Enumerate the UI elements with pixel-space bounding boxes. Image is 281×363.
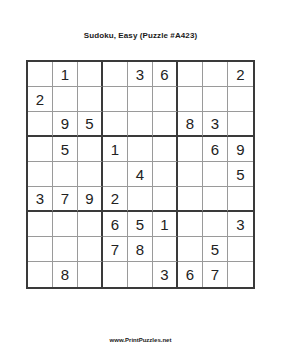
sudoku-cell-r3c8[interactable]: 3 <box>203 112 228 137</box>
sudoku-cell-r8c4[interactable]: 7 <box>103 237 128 262</box>
sudoku-cell-r5c5[interactable]: 4 <box>128 162 153 187</box>
sudoku-cell-r1c1[interactable] <box>28 62 53 87</box>
sudoku-cell-r8c8[interactable]: 5 <box>203 237 228 262</box>
sudoku-cell-r3c2[interactable]: 9 <box>53 112 78 137</box>
sudoku-cell-r6c9[interactable] <box>228 187 253 212</box>
sudoku-cell-r7c2[interactable] <box>53 212 78 237</box>
sudoku-cell-r9c7[interactable]: 6 <box>178 262 203 287</box>
sudoku-cell-r4c1[interactable] <box>28 137 53 162</box>
sudoku-cell-r2c7[interactable] <box>178 87 203 112</box>
sudoku-cell-r2c6[interactable] <box>153 87 178 112</box>
sudoku-cell-r9c4[interactable] <box>103 262 128 287</box>
sudoku-cell-r2c8[interactable] <box>203 87 228 112</box>
sudoku-cell-r4c4[interactable]: 1 <box>103 137 128 162</box>
sudoku-cell-r7c7[interactable] <box>178 212 203 237</box>
sudoku-cell-r2c4[interactable] <box>103 87 128 112</box>
sudoku-cell-r2c5[interactable] <box>128 87 153 112</box>
sudoku-cell-r1c2[interactable]: 1 <box>53 62 78 87</box>
sudoku-cell-r6c2[interactable]: 7 <box>53 187 78 212</box>
sudoku-cell-r9c1[interactable] <box>28 262 53 287</box>
footer-url: www.PrintPuzzles.net <box>0 337 281 343</box>
sudoku-cell-r5c7[interactable] <box>178 162 203 187</box>
sudoku-cell-r6c6[interactable] <box>153 187 178 212</box>
sudoku-cell-r9c9[interactable] <box>228 262 253 287</box>
sudoku-cell-r9c8[interactable]: 7 <box>203 262 228 287</box>
sudoku-cell-r6c4[interactable]: 2 <box>103 187 128 212</box>
sudoku-cell-r8c9[interactable] <box>228 237 253 262</box>
sudoku-cell-r4c3[interactable] <box>78 137 103 162</box>
sudoku-cell-r4c6[interactable] <box>153 137 178 162</box>
sudoku-cell-r1c3[interactable] <box>78 62 103 87</box>
sudoku-cell-r1c7[interactable] <box>178 62 203 87</box>
sudoku-cell-r3c5[interactable] <box>128 112 153 137</box>
sudoku-cell-r9c2[interactable]: 8 <box>53 262 78 287</box>
sudoku-cell-r8c1[interactable] <box>28 237 53 262</box>
sudoku-board: 136229583516945379265137858367 <box>26 60 255 289</box>
sudoku-cell-r8c6[interactable] <box>153 237 178 262</box>
sudoku-cell-r5c3[interactable] <box>78 162 103 187</box>
sudoku-cell-r1c9[interactable]: 2 <box>228 62 253 87</box>
sudoku-cell-r4c9[interactable]: 9 <box>228 137 253 162</box>
sudoku-cell-r1c8[interactable] <box>203 62 228 87</box>
sudoku-cell-r2c1[interactable]: 2 <box>28 87 53 112</box>
sudoku-cell-r6c5[interactable] <box>128 187 153 212</box>
sudoku-cell-r7c6[interactable]: 1 <box>153 212 178 237</box>
sudoku-cell-r1c5[interactable]: 3 <box>128 62 153 87</box>
sudoku-cell-r7c9[interactable]: 3 <box>228 212 253 237</box>
sudoku-cell-r7c1[interactable] <box>28 212 53 237</box>
sudoku-cell-r6c8[interactable] <box>203 187 228 212</box>
sudoku-cell-r8c2[interactable] <box>53 237 78 262</box>
sudoku-cell-r9c3[interactable] <box>78 262 103 287</box>
sudoku-cell-r4c5[interactable] <box>128 137 153 162</box>
sudoku-cell-r8c5[interactable]: 8 <box>128 237 153 262</box>
sudoku-cell-r9c6[interactable]: 3 <box>153 262 178 287</box>
sudoku-cell-r3c1[interactable] <box>28 112 53 137</box>
sudoku-cell-r5c9[interactable]: 5 <box>228 162 253 187</box>
sudoku-cell-r3c4[interactable] <box>103 112 128 137</box>
sudoku-cell-r5c2[interactable] <box>53 162 78 187</box>
sudoku-cell-r1c6[interactable]: 6 <box>153 62 178 87</box>
page-title: Sudoku, Easy (Puzzle #A423) <box>0 31 281 40</box>
sudoku-cell-r9c5[interactable] <box>128 262 153 287</box>
sudoku-cell-r1c4[interactable] <box>103 62 128 87</box>
sudoku-cell-r3c6[interactable] <box>153 112 178 137</box>
sudoku-cell-r8c3[interactable] <box>78 237 103 262</box>
sudoku-cell-r6c1[interactable]: 3 <box>28 187 53 212</box>
sudoku-cell-r2c2[interactable] <box>53 87 78 112</box>
sudoku-cell-r3c9[interactable] <box>228 112 253 137</box>
sudoku-cell-r5c4[interactable] <box>103 162 128 187</box>
sudoku-cell-r3c3[interactable]: 5 <box>78 112 103 137</box>
sudoku-cell-r7c5[interactable]: 5 <box>128 212 153 237</box>
sudoku-cell-r8c7[interactable] <box>178 237 203 262</box>
sudoku-cell-r7c4[interactable]: 6 <box>103 212 128 237</box>
sudoku-cell-r7c3[interactable] <box>78 212 103 237</box>
sudoku-cell-r5c8[interactable] <box>203 162 228 187</box>
sudoku-cell-r7c8[interactable] <box>203 212 228 237</box>
sudoku-cell-r6c3[interactable]: 9 <box>78 187 103 212</box>
sudoku-cell-r6c7[interactable] <box>178 187 203 212</box>
sudoku-cell-r5c1[interactable] <box>28 162 53 187</box>
sudoku-cell-r3c7[interactable]: 8 <box>178 112 203 137</box>
sudoku-cell-r2c3[interactable] <box>78 87 103 112</box>
sudoku-cell-r5c6[interactable] <box>153 162 178 187</box>
sudoku-cell-r2c9[interactable] <box>228 87 253 112</box>
sudoku-cell-r4c2[interactable]: 5 <box>53 137 78 162</box>
sudoku-cell-r4c7[interactable] <box>178 137 203 162</box>
sudoku-cell-r4c8[interactable]: 6 <box>203 137 228 162</box>
